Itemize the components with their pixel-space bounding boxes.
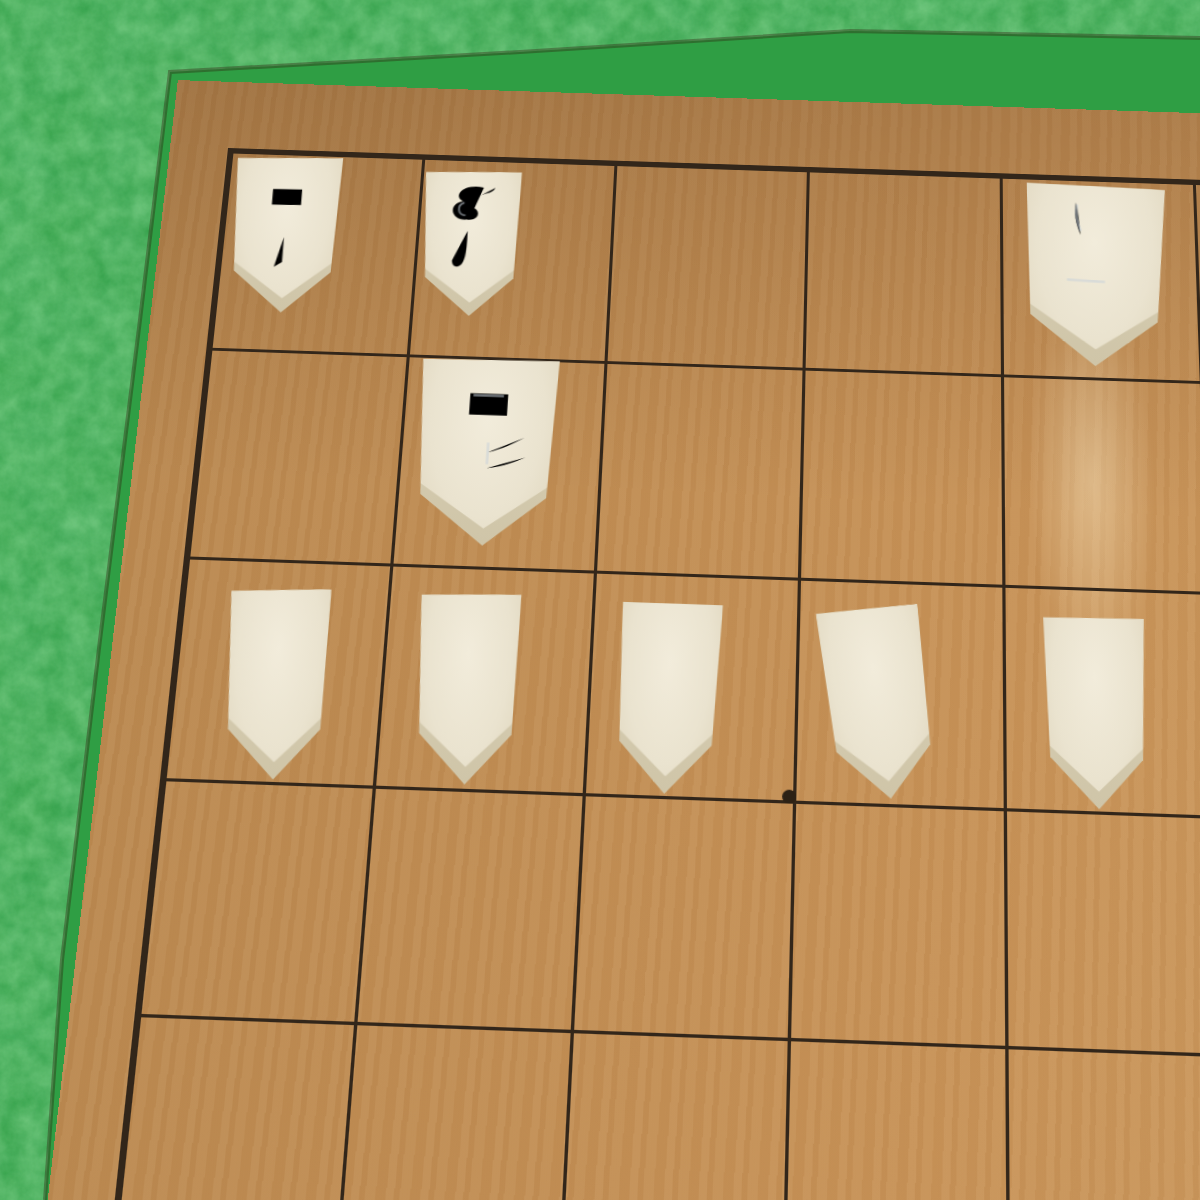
pawn-kanji-glyph-rotated <box>1053 623 1138 767</box>
knight-kanji-glyph-rotated <box>429 176 513 284</box>
board-perspective-wrapper <box>170 73 1200 1200</box>
pawn-kanji-glyph-rotated <box>623 608 713 753</box>
pawn-kanji-glyph-rotated <box>826 612 926 760</box>
rook-kanji-glyph-rotated <box>426 364 547 505</box>
shogi-photo-scene <box>0 0 1200 1200</box>
shogi-board[interactable] <box>0 80 1200 1200</box>
board-grid-9x9[interactable] <box>0 148 1200 1200</box>
pawn-kanji-glyph-rotated <box>423 600 512 742</box>
lance-kanji-glyph-rotated <box>238 163 333 279</box>
pawn-kanji-glyph-rotated <box>232 596 322 737</box>
king-kanji-glyph-rotated <box>1036 189 1151 329</box>
